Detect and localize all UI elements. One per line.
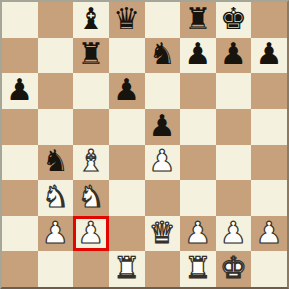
square-e7[interactable]: ♞ [145, 38, 181, 74]
black-pawn: ♟ [113, 75, 140, 105]
square-g7[interactable]: ♟ [216, 38, 252, 74]
square-f8[interactable]: ♜ [180, 2, 216, 38]
square-e3[interactable] [145, 180, 181, 216]
square-c6[interactable] [73, 73, 109, 109]
square-c2-highlighted[interactable]: ♟ [73, 216, 109, 252]
white-rook: ♜ [184, 253, 211, 283]
square-f7[interactable]: ♟ [180, 38, 216, 74]
square-e5[interactable]: ♟ [145, 109, 181, 145]
white-rook: ♜ [113, 253, 140, 283]
square-b3[interactable]: ♞ [38, 180, 74, 216]
square-h1[interactable] [251, 251, 287, 287]
square-c8[interactable]: ♝ [73, 2, 109, 38]
black-knight: ♞ [149, 39, 176, 69]
white-pawn: ♟ [256, 218, 283, 248]
square-c4[interactable]: ♝ [73, 145, 109, 181]
black-bishop: ♝ [78, 4, 105, 34]
square-d2[interactable] [109, 216, 145, 252]
square-d1[interactable]: ♜ [109, 251, 145, 287]
square-g5[interactable] [216, 109, 252, 145]
square-a3[interactable] [2, 180, 38, 216]
white-knight: ♞ [42, 182, 69, 212]
square-f3[interactable] [180, 180, 216, 216]
square-d7[interactable] [109, 38, 145, 74]
square-d8[interactable]: ♛ [109, 2, 145, 38]
square-h2[interactable]: ♟ [251, 216, 287, 252]
black-rook: ♜ [78, 39, 105, 69]
black-pawn: ♟ [256, 39, 283, 69]
chess-board-frame: ♝♛♜♚♜♞♟♟♟♟♟♟♞♝♟♞♞♟♟♛♟♟♟♜♜♚ [0, 0, 289, 289]
black-knight: ♞ [42, 146, 69, 176]
square-e4[interactable]: ♟ [145, 145, 181, 181]
square-f2[interactable]: ♟ [180, 216, 216, 252]
square-a8[interactable] [2, 2, 38, 38]
square-h6[interactable] [251, 73, 287, 109]
square-c7[interactable]: ♜ [73, 38, 109, 74]
square-h4[interactable] [251, 145, 287, 181]
square-f5[interactable] [180, 109, 216, 145]
white-pawn: ♟ [149, 146, 176, 176]
square-a6[interactable]: ♟ [2, 73, 38, 109]
square-b8[interactable] [38, 2, 74, 38]
square-g3[interactable] [216, 180, 252, 216]
square-h7[interactable]: ♟ [251, 38, 287, 74]
black-queen: ♛ [113, 4, 140, 34]
black-king: ♚ [220, 4, 247, 34]
square-b2[interactable]: ♟ [38, 216, 74, 252]
square-g6[interactable] [216, 73, 252, 109]
square-b7[interactable] [38, 38, 74, 74]
square-e2[interactable]: ♛ [145, 216, 181, 252]
square-c5[interactable] [73, 109, 109, 145]
square-a2[interactable] [2, 216, 38, 252]
white-king: ♚ [220, 253, 247, 283]
square-g1[interactable]: ♚ [216, 251, 252, 287]
square-a7[interactable] [2, 38, 38, 74]
square-h3[interactable] [251, 180, 287, 216]
square-c3[interactable]: ♞ [73, 180, 109, 216]
square-e1[interactable] [145, 251, 181, 287]
black-rook: ♜ [184, 4, 211, 34]
black-pawn: ♟ [149, 111, 176, 141]
square-b5[interactable] [38, 109, 74, 145]
square-g4[interactable] [216, 145, 252, 181]
white-bishop: ♝ [78, 146, 105, 176]
white-pawn: ♟ [220, 218, 247, 248]
square-a5[interactable] [2, 109, 38, 145]
white-pawn: ♟ [184, 218, 211, 248]
square-f1[interactable]: ♜ [180, 251, 216, 287]
square-d4[interactable] [109, 145, 145, 181]
black-pawn: ♟ [220, 39, 247, 69]
square-c1[interactable] [73, 251, 109, 287]
square-h5[interactable] [251, 109, 287, 145]
square-d6[interactable]: ♟ [109, 73, 145, 109]
white-knight: ♞ [78, 182, 105, 212]
square-f4[interactable] [180, 145, 216, 181]
square-f6[interactable] [180, 73, 216, 109]
square-d3[interactable] [109, 180, 145, 216]
white-pawn: ♟ [78, 218, 105, 248]
square-d5[interactable] [109, 109, 145, 145]
white-queen: ♛ [149, 218, 176, 248]
square-b4[interactable]: ♞ [38, 145, 74, 181]
square-e6[interactable] [145, 73, 181, 109]
square-h8[interactable] [251, 2, 287, 38]
white-pawn: ♟ [42, 218, 69, 248]
square-b1[interactable] [38, 251, 74, 287]
square-a1[interactable] [2, 251, 38, 287]
square-a4[interactable] [2, 145, 38, 181]
square-g8[interactable]: ♚ [216, 2, 252, 38]
black-pawn: ♟ [6, 75, 33, 105]
square-g2[interactable]: ♟ [216, 216, 252, 252]
chess-board: ♝♛♜♚♜♞♟♟♟♟♟♟♞♝♟♞♞♟♟♛♟♟♟♜♜♚ [2, 2, 287, 287]
square-e8[interactable] [145, 2, 181, 38]
square-b6[interactable] [38, 73, 74, 109]
black-pawn: ♟ [184, 39, 211, 69]
